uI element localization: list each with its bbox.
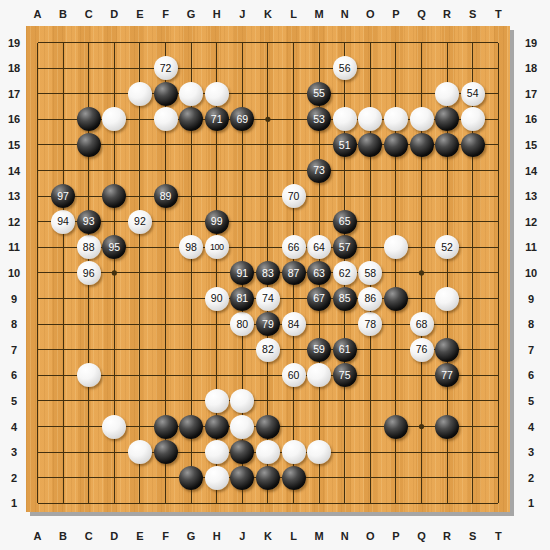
move-number-60: 60 [288,370,300,381]
move-number-84: 84 [288,319,300,330]
col-label-bottom-M: M [310,529,328,543]
col-label-bottom-Q: Q [413,529,431,543]
stone-black-Q15 [410,133,434,157]
move-number-62: 62 [339,268,351,279]
col-label-bottom-L: L [285,529,303,543]
move-number-64: 64 [313,242,325,253]
move-number-66: 66 [288,242,300,253]
move-number-59: 59 [313,344,325,355]
move-number-100: 100 [210,243,224,252]
stone-black-J9: 81 [230,287,254,311]
stone-white-C6 [77,363,101,387]
stone-white-F18: 72 [154,56,178,80]
col-label-bottom-P: P [387,529,405,543]
row-label-left-3: 3 [2,445,26,459]
stone-black-M14: 73 [307,159,331,183]
stone-white-O9: 86 [358,287,382,311]
move-number-87: 87 [288,268,300,279]
col-label-bottom-A: A [29,529,47,543]
stone-white-R9 [435,287,459,311]
row-label-left-12: 12 [2,215,26,229]
stone-white-F16 [154,107,178,131]
move-number-61: 61 [339,344,351,355]
row-label-left-10: 10 [2,266,26,280]
move-number-88: 88 [83,242,95,253]
col-label-bottom-K: K [259,529,277,543]
col-label-bottom-R: R [438,529,456,543]
move-number-96: 96 [83,268,95,279]
col-label-bottom-J: J [233,529,251,543]
stone-black-F13: 89 [154,184,178,208]
col-label-top-T: T [489,7,507,21]
move-number-89: 89 [160,191,172,202]
col-label-bottom-F: F [157,529,175,543]
stone-black-B13: 97 [51,184,75,208]
stone-black-K8: 79 [256,312,280,336]
stone-black-H12: 99 [205,210,229,234]
row-label-right-18: 18 [519,61,543,75]
stone-black-C16 [77,107,101,131]
col-label-top-K: K [259,7,277,21]
stone-white-N16 [333,107,357,131]
stone-white-L6: 60 [282,363,306,387]
move-number-72: 72 [160,63,172,74]
row-label-left-7: 7 [2,343,26,357]
row-label-left-19: 19 [2,36,26,50]
col-label-top-O: O [361,7,379,21]
stone-black-H4 [205,415,229,439]
move-number-82: 82 [262,344,274,355]
stone-black-S15 [461,133,485,157]
move-number-54: 54 [467,88,479,99]
row-label-right-14: 14 [519,164,543,178]
row-label-left-16: 16 [2,112,26,126]
row-label-right-1: 1 [519,496,543,510]
stone-black-L10: 87 [282,261,306,285]
stone-black-G4 [179,415,203,439]
move-number-55: 55 [313,88,325,99]
row-label-left-18: 18 [2,61,26,75]
col-label-top-H: H [208,7,226,21]
col-label-top-A: A [29,7,47,21]
col-label-top-G: G [182,7,200,21]
col-label-top-E: E [131,7,149,21]
col-label-top-R: R [438,7,456,21]
stone-white-G17 [179,82,203,106]
stone-black-R7 [435,338,459,362]
stone-white-J4 [230,415,254,439]
stone-black-K4 [256,415,280,439]
move-number-99: 99 [211,216,223,227]
row-label-right-16: 16 [519,112,543,126]
row-label-right-4: 4 [519,420,543,434]
stone-black-F3 [154,440,178,464]
stone-white-K7: 82 [256,338,280,362]
move-number-92: 92 [134,216,146,227]
row-label-right-7: 7 [519,343,543,357]
stone-white-H9: 90 [205,287,229,311]
row-label-left-13: 13 [2,189,26,203]
stone-black-N7: 61 [333,338,357,362]
row-label-right-13: 13 [519,189,543,203]
stone-white-D4 [102,415,126,439]
stone-black-N12: 65 [333,210,357,234]
stone-white-H11: 100 [205,235,229,259]
move-number-70: 70 [288,191,300,202]
move-number-86: 86 [364,293,376,304]
stone-black-M7: 59 [307,338,331,362]
move-number-80: 80 [236,319,248,330]
move-number-79: 79 [262,319,274,330]
col-label-top-D: D [105,7,123,21]
stone-black-R4 [435,415,459,439]
row-label-left-14: 14 [2,164,26,178]
row-label-right-12: 12 [519,215,543,229]
col-label-top-P: P [387,7,405,21]
col-label-bottom-E: E [131,529,149,543]
stone-white-S17: 54 [461,82,485,106]
go-diagram-screen: AABBCCDDEEFFGGHHJJKKLLMMNNOOPPQQRRSSTT19… [0,0,550,550]
stone-black-F4 [154,415,178,439]
move-number-58: 58 [364,268,376,279]
row-label-left-5: 5 [2,394,26,408]
move-number-98: 98 [185,242,197,253]
move-number-77: 77 [441,370,453,381]
stone-black-N11: 57 [333,235,357,259]
move-number-83: 83 [262,268,274,279]
stone-black-F17 [154,82,178,106]
move-number-63: 63 [313,268,325,279]
row-label-right-3: 3 [519,445,543,459]
stone-white-Q16 [410,107,434,131]
stone-white-K9: 74 [256,287,280,311]
row-label-left-2: 2 [2,471,26,485]
col-label-bottom-G: G [182,529,200,543]
stone-black-R15 [435,133,459,157]
move-number-91: 91 [236,268,248,279]
col-label-top-N: N [336,7,354,21]
move-number-74: 74 [262,293,274,304]
row-label-right-11: 11 [519,240,543,254]
col-label-top-B: B [54,7,72,21]
stone-black-N9: 85 [333,287,357,311]
stone-white-S16 [461,107,485,131]
stone-black-M17: 55 [307,82,331,106]
row-label-left-6: 6 [2,368,26,382]
move-number-81: 81 [236,293,248,304]
col-label-top-S: S [464,7,482,21]
stone-black-K10: 83 [256,261,280,285]
col-label-top-M: M [310,7,328,21]
move-number-51: 51 [339,140,351,151]
move-number-71: 71 [211,114,223,125]
col-label-top-J: J [233,7,251,21]
col-label-top-L: L [285,7,303,21]
move-number-53: 53 [313,114,325,125]
stone-white-H3 [205,440,229,464]
row-label-left-17: 17 [2,87,26,101]
col-label-bottom-O: O [361,529,379,543]
stone-white-C11: 88 [77,235,101,259]
stone-black-J2 [230,466,254,490]
col-label-bottom-H: H [208,529,226,543]
stone-black-P15 [384,133,408,157]
stone-black-C15 [77,133,101,157]
stone-white-Q8: 68 [410,312,434,336]
move-number-65: 65 [339,216,351,227]
stone-black-P9 [384,287,408,311]
col-label-bottom-N: N [336,529,354,543]
row-label-right-15: 15 [519,138,543,152]
row-label-left-9: 9 [2,292,26,306]
col-label-top-Q: Q [413,7,431,21]
stone-white-N18: 56 [333,56,357,80]
col-label-bottom-D: D [105,529,123,543]
col-label-bottom-S: S [464,529,482,543]
row-label-left-4: 4 [2,420,26,434]
stone-black-L2 [282,466,306,490]
col-label-top-C: C [80,7,98,21]
stone-black-G2 [179,466,203,490]
row-label-left-1: 1 [2,496,26,510]
move-number-93: 93 [83,216,95,227]
stone-white-E3 [128,440,152,464]
stone-black-H16: 71 [205,107,229,131]
row-label-right-10: 10 [519,266,543,280]
move-number-97: 97 [57,191,69,202]
stone-white-K3 [256,440,280,464]
stone-white-L13: 70 [282,184,306,208]
row-label-left-8: 8 [2,317,26,331]
col-label-top-F: F [157,7,175,21]
row-label-right-19: 19 [519,36,543,50]
row-label-right-17: 17 [519,87,543,101]
move-number-94: 94 [57,216,69,227]
row-label-left-15: 15 [2,138,26,152]
move-number-56: 56 [339,63,351,74]
stone-white-L11: 66 [282,235,306,259]
stone-white-R17 [435,82,459,106]
col-label-bottom-T: T [489,529,507,543]
stone-white-H17 [205,82,229,106]
stone-black-M10: 63 [307,261,331,285]
row-label-right-5: 5 [519,394,543,408]
stone-white-C10: 96 [77,261,101,285]
stone-black-N15: 51 [333,133,357,157]
stone-white-H2 [205,466,229,490]
move-number-57: 57 [339,242,351,253]
stone-white-H5 [205,389,229,413]
stone-black-N6: 75 [333,363,357,387]
move-number-75: 75 [339,370,351,381]
col-label-bottom-B: B [54,529,72,543]
row-label-right-9: 9 [519,292,543,306]
stone-black-M9: 67 [307,287,331,311]
stone-white-Q7: 76 [410,338,434,362]
stone-white-N10: 62 [333,261,357,285]
stone-white-E12: 92 [128,210,152,234]
col-label-bottom-C: C [80,529,98,543]
move-number-68: 68 [416,319,428,330]
move-number-52: 52 [441,242,453,253]
row-label-right-6: 6 [519,368,543,382]
stone-black-P4 [384,415,408,439]
stone-white-B12: 94 [51,210,75,234]
row-label-right-2: 2 [519,471,543,485]
row-label-left-11: 11 [2,240,26,254]
stone-white-M3 [307,440,331,464]
stone-black-C12: 93 [77,210,101,234]
move-number-67: 67 [313,293,325,304]
stone-white-L3 [282,440,306,464]
row-label-right-8: 8 [519,317,543,331]
move-number-76: 76 [416,344,428,355]
stone-white-E17 [128,82,152,106]
stone-black-K2 [256,466,280,490]
stone-white-L8: 84 [282,312,306,336]
move-number-95: 95 [108,242,120,253]
move-number-85: 85 [339,293,351,304]
move-number-78: 78 [364,319,376,330]
move-number-69: 69 [236,114,248,125]
move-number-90: 90 [211,293,223,304]
move-number-73: 73 [313,165,325,176]
